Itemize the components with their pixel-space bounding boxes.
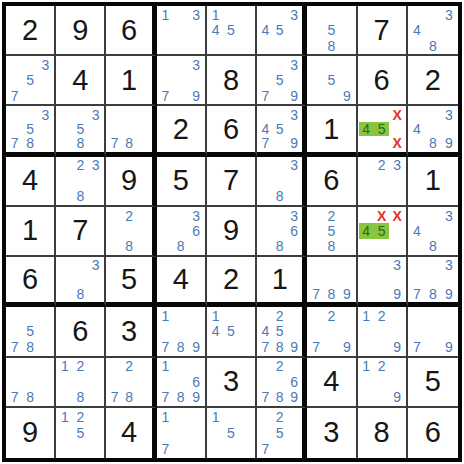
empty-candidate-slot-6 [287,324,301,339]
empty-candidate-slot-6 [239,425,254,441]
candidate-4: 4 [409,223,425,238]
cell-r2c8[interactable]: 6 [358,56,408,106]
empty-candidate-slot-8 [374,339,389,354]
empty-candidate-slot-3 [136,208,150,223]
cell-r1c6[interactable]: 345 [257,6,307,56]
empty-candidate-slot-9 [188,239,203,254]
empty-candidate-slot-8 [273,441,287,457]
cell-r3c6[interactable]: 34579 [257,106,307,156]
candidate-5: 5 [73,122,88,136]
empty-candidate-slot-4 [7,73,22,88]
candidate-3: 3 [88,158,103,173]
empty-candidate-slot-4 [158,374,173,389]
candidate-9: 9 [441,339,457,354]
cell-r1c2[interactable]: 9 [56,6,106,56]
cell-r9c3[interactable]: 4 [106,408,156,458]
candidate-8: 8 [122,136,136,150]
cell-r5c8[interactable]: XX45 [358,207,408,257]
empty-candidate-slot-4 [158,425,173,441]
empty-candidate-slot-4 [258,374,272,389]
cell-r3c1[interactable]: 3578 [6,106,56,156]
empty-candidate-slot-6 [389,374,404,389]
cell-r6c4[interactable]: 4 [157,257,207,307]
candidate-1: 1 [359,359,374,374]
cell-r2c5[interactable]: 8 [207,56,257,106]
empty-candidate-slot-7 [57,188,72,203]
cell-r7c4[interactable]: 1789 [157,307,207,357]
candidate-9: 9 [188,88,203,103]
empty-candidate-slot-2 [22,359,37,374]
empty-candidate-slot-9 [38,339,53,354]
candidate-6: 6 [188,223,203,238]
cell-r9c6[interactable]: 257 [257,408,307,458]
empty-candidate-slot-6 [339,73,354,88]
empty-candidate-slot-7 [208,38,223,53]
candidate-3: 3 [88,107,103,121]
cell-r4c2[interactable]: 238 [56,157,106,207]
candidate-1: 1 [208,409,223,425]
empty-candidate-slot-8 [374,188,389,203]
candidate-2: 2 [273,359,287,374]
candidate-9: 9 [389,389,404,404]
candidate-7: 7 [107,389,121,404]
candidate-3: 3 [441,208,457,223]
candidate-2: 2 [374,158,389,173]
cell-r5c7[interactable]: 258 [307,207,357,257]
empty-candidate-slot-3 [188,308,203,323]
cell-r3c7[interactable]: 1 [307,106,357,156]
empty-candidate-slot-2 [273,158,287,173]
cell-r2c6[interactable]: 3579 [257,56,307,106]
empty-candidate-slot-1 [158,57,173,72]
empty-candidate-slot-9 [188,38,203,53]
candidate-3: 3 [188,208,203,223]
cell-r3c4[interactable]: 2 [157,106,207,156]
candidate-4: 4 [258,122,272,136]
cell-r5c1[interactable]: 1 [6,207,56,257]
empty-candidate-slot-2 [425,208,441,223]
empty-candidate-slot-1 [7,308,22,323]
empty-candidate-slot-9 [239,38,254,53]
cell-value: 7 [374,16,390,45]
empty-candidate-slot-4 [57,122,72,136]
empty-candidate-slot-9 [38,88,53,103]
empty-candidate-slot-4 [7,324,22,339]
cell-value: 2 [425,66,441,95]
empty-candidate-slot-2 [173,7,188,22]
candidate-4: 4 [258,22,272,37]
cell-r8c2[interactable]: 128 [56,358,106,408]
cell-r7c2[interactable]: 6 [56,307,106,357]
cell-r4c1[interactable]: 4 [6,157,56,207]
empty-candidate-slot-4 [107,223,121,238]
candidate-7: 7 [107,136,121,150]
empty-candidate-slot-9 [38,136,53,150]
empty-candidate-slot-1 [107,107,121,121]
cell-r7c9[interactable]: 79 [408,307,458,357]
cell-value: 8 [223,66,239,95]
cell-r6c1[interactable]: 6 [6,257,56,307]
empty-candidate-slot-4 [308,223,323,238]
empty-candidate-slot-1 [258,158,272,173]
cell-r2c3[interactable]: 1 [106,56,156,106]
cell-value: 4 [121,418,137,447]
cell-r6c6[interactable]: 1 [257,257,307,307]
empty-candidate-slot-1 [258,107,272,121]
cell-r7c6[interactable]: 245789 [257,307,307,357]
empty-candidate-slot-4 [359,173,374,188]
cell-r7c3[interactable]: 3 [106,307,156,357]
cell-r9c4[interactable]: 17 [157,408,207,458]
empty-candidate-slot-6 [389,173,404,188]
cell-value: 3 [121,317,137,346]
empty-candidate-slot-6 [136,374,150,389]
empty-candidate-slot-1 [308,7,323,22]
cell-r9c8[interactable]: 8 [358,408,408,458]
candidate-3: 3 [389,158,404,173]
cell-value: 4 [22,166,38,195]
empty-candidate-slot-1 [7,107,22,121]
empty-candidate-slot-8 [324,339,339,354]
sudoku-board: 2961314534558734835741379835795962357835… [2,2,462,462]
empty-candidate-slot-4 [158,22,173,37]
candidate-2: 2 [273,308,287,323]
candidate-5: 5 [324,73,339,88]
empty-candidate-slot-2 [425,7,441,22]
empty-candidate-slot-7 [208,441,223,457]
candidate-8: 8 [324,287,339,301]
cell-r5c9[interactable]: 348 [408,207,458,257]
empty-candidate-slot-9 [287,188,301,203]
cell-r9c9[interactable]: 6 [408,408,458,458]
empty-candidate-slot-6 [339,324,354,339]
candidate-8: 8 [73,389,88,404]
cell-r3c3[interactable]: 78 [106,106,156,156]
cell-r9c1[interactable]: 9 [6,408,56,458]
cell-r3c8[interactable]: X45X [358,106,408,156]
cell-value: 3 [323,418,339,447]
cell-value: 5 [425,367,441,396]
cell-r3c2[interactable]: 358 [56,106,106,156]
empty-candidate-slot-3 [188,409,203,425]
cell-r4c5[interactable]: 7 [207,157,257,207]
eliminated-candidate-2-x-mark: X [374,208,389,223]
cell-r9c7[interactable]: 3 [307,408,357,458]
empty-candidate-slot-5 [425,122,441,136]
empty-candidate-slot-6 [239,324,254,339]
empty-candidate-slot-4 [258,73,272,88]
candidate-4: 4 [258,324,272,339]
empty-candidate-slot-7 [308,88,323,103]
cell-r2c4[interactable]: 379 [157,56,207,106]
empty-candidate-slot-5 [374,324,389,339]
empty-candidate-slot-4 [57,374,72,389]
empty-candidate-slot-2 [273,7,287,22]
candidate-8: 8 [122,239,136,254]
empty-candidate-slot-8 [374,287,389,301]
empty-candidate-slot-3 [38,359,53,374]
empty-candidate-slot-3 [389,308,404,323]
candidate-5: 5 [374,223,389,238]
empty-candidate-slot-6 [38,324,53,339]
candidate-2: 2 [374,308,389,323]
cell-r7c8[interactable]: 129 [358,307,408,357]
candidate-3: 3 [188,7,203,22]
candidate-5: 5 [22,122,37,136]
candidate-7: 7 [258,136,272,150]
empty-candidate-slot-4 [57,273,72,287]
empty-candidate-slot-5 [22,374,37,389]
empty-candidate-slot-4 [57,173,72,188]
cell-r5c4[interactable]: 368 [157,207,207,257]
cell-r8c1[interactable]: 78 [6,358,56,408]
candidate-8: 8 [173,389,188,404]
candidate-3: 3 [38,107,53,121]
empty-candidate-slot-3 [88,359,103,374]
empty-candidate-slot-1 [107,359,121,374]
cell-r1c3[interactable]: 6 [106,6,156,56]
eliminated-candidate-3-x-mark: X [389,208,404,223]
cell-r8c6[interactable]: 26789 [257,358,307,408]
empty-candidate-slot-1 [57,158,72,173]
cell-value: 6 [425,418,441,447]
cell-r4c8[interactable]: 23 [358,157,408,207]
empty-candidate-slot-3 [188,359,203,374]
cell-r4c7[interactable]: 6 [307,157,357,207]
cell-r2c1[interactable]: 357 [6,56,56,106]
empty-candidate-slot-2 [22,107,37,121]
cell-r7c1[interactable]: 578 [6,307,56,357]
empty-candidate-slot-5 [73,374,88,389]
candidate-1: 1 [208,308,223,323]
candidate-9: 9 [188,339,203,354]
empty-candidate-slot-4 [258,223,272,238]
cell-r4c4[interactable]: 5 [157,157,207,207]
cell-value: 7 [223,166,239,195]
empty-candidate-slot-6 [88,173,103,188]
candidate-3: 3 [287,107,301,121]
cell-r4c3[interactable]: 9 [106,157,156,207]
empty-candidate-slot-4 [308,22,323,37]
empty-candidate-slot-9 [136,389,150,404]
cell-r6c9[interactable]: 3789 [408,257,458,307]
candidate-9: 9 [339,287,354,301]
cell-r8c5[interactable]: 3 [207,358,257,408]
cell-r2c2[interactable]: 4 [56,56,106,106]
empty-candidate-slot-2 [425,308,441,323]
cell-value: 2 [173,115,189,144]
empty-candidate-slot-8 [374,389,389,404]
cell-r5c3[interactable]: 28 [106,207,156,257]
cell-r5c5[interactable]: 9 [207,207,257,257]
cell-value: 1 [323,115,339,144]
empty-candidate-slot-7 [208,339,223,354]
candidate-2: 2 [73,409,88,425]
candidate-5: 5 [273,22,287,37]
empty-candidate-slot-6 [88,122,103,136]
cell-r5c6[interactable]: 368 [257,207,307,257]
cell-r9c2[interactable]: 125 [56,408,106,458]
cell-value: 2 [223,265,239,294]
candidate-7: 7 [158,441,173,457]
candidate-4: 4 [409,22,425,37]
cell-r8c7[interactable]: 4 [307,358,357,408]
empty-candidate-slot-6 [441,273,457,287]
cell-r6c5[interactable]: 2 [207,257,257,307]
empty-candidate-slot-6 [389,324,404,339]
cell-value: 5 [121,265,137,294]
empty-candidate-slot-6 [38,122,53,136]
cell-r9c5[interactable]: 15 [207,408,257,458]
cell-r1c1[interactable]: 2 [6,6,56,56]
cell-r6c2[interactable]: 38 [56,257,106,307]
empty-candidate-slot-9 [339,239,354,254]
empty-candidate-slot-6 [38,73,53,88]
candidate-5: 5 [273,122,287,136]
candidate-8: 8 [22,389,37,404]
empty-candidate-slot-5 [122,374,136,389]
cell-r1c8[interactable]: 7 [358,6,408,56]
empty-candidate-slot-2 [173,308,188,323]
empty-candidate-slot-6 [287,425,301,441]
cell-r3c9[interactable]: 3489 [408,106,458,156]
candidate-8: 8 [273,239,287,254]
cell-r8c8[interactable]: 129 [358,358,408,408]
empty-candidate-slot-4 [208,425,223,441]
empty-candidate-slot-1 [409,308,425,323]
empty-candidate-slot-5 [425,223,441,238]
empty-candidate-slot-9 [136,239,150,254]
cell-value: 3 [223,367,239,396]
empty-candidate-slot-4 [359,374,374,389]
candidate-4: 4 [409,122,425,136]
empty-candidate-slot-6 [287,122,301,136]
empty-candidate-slot-8 [223,38,238,53]
candidate-2: 2 [122,208,136,223]
cell-r6c3[interactable]: 5 [106,257,156,307]
empty-candidate-slot-5 [122,122,136,136]
empty-candidate-slot-5 [173,425,188,441]
empty-candidate-slot-4 [359,324,374,339]
empty-candidate-slot-5 [173,324,188,339]
empty-candidate-slot-4 [258,425,272,441]
candidate-1: 1 [158,7,173,22]
cell-r1c5[interactable]: 145 [207,6,257,56]
cell-r5c2[interactable]: 7 [56,207,106,257]
empty-candidate-slot-6 [88,273,103,287]
cell-value: 6 [223,115,239,144]
cell-r2c9[interactable]: 2 [408,56,458,106]
candidate-8: 8 [273,339,287,354]
empty-candidate-slot-7 [258,38,272,53]
cell-r1c9[interactable]: 348 [408,6,458,56]
candidate-3: 3 [188,57,203,72]
cell-value: 6 [72,317,88,346]
empty-candidate-slot-5 [173,223,188,238]
candidate-7: 7 [7,339,22,354]
candidate-8: 8 [425,287,441,301]
cell-value: 9 [72,16,88,45]
cell-r3c5[interactable]: 6 [207,106,257,156]
empty-candidate-slot-1 [7,359,22,374]
candidate-1: 1 [158,308,173,323]
cell-r8c4[interactable]: 16789 [157,358,207,408]
empty-candidate-slot-5 [425,273,441,287]
empty-candidate-slot-3 [441,308,457,323]
cell-r2c7[interactable]: 59 [307,56,357,106]
cell-r1c4[interactable]: 13 [157,6,207,56]
empty-candidate-slot-9 [389,239,404,254]
sudoku-app: 2961314534558734835741379835795962357835… [0,0,464,464]
empty-candidate-slot-7 [57,287,72,301]
cell-value: 6 [121,16,137,45]
cell-r7c7[interactable]: 279 [307,307,357,357]
empty-candidate-slot-3 [239,7,254,22]
candidate-8: 8 [173,239,188,254]
empty-candidate-slot-9 [441,239,457,254]
candidate-3: 3 [38,57,53,72]
empty-candidate-slot-1 [409,7,425,22]
empty-candidate-slot-6 [188,22,203,37]
empty-candidate-slot-5 [273,374,287,389]
empty-candidate-slot-6 [88,425,103,441]
empty-candidate-slot-3 [389,359,404,374]
cell-r8c9[interactable]: 5 [408,358,458,408]
empty-candidate-slot-3 [287,409,301,425]
cell-r4c9[interactable]: 1 [408,157,458,207]
empty-candidate-slot-8 [273,136,287,150]
empty-candidate-slot-9 [136,136,150,150]
empty-candidate-slot-5 [173,22,188,37]
empty-candidate-slot-2 [22,57,37,72]
cell-r4c6[interactable]: 38 [257,157,307,207]
candidate-8: 8 [324,239,339,254]
cell-value: 4 [173,265,189,294]
cell-r8c3[interactable]: 278 [106,358,156,408]
candidate-9: 9 [287,339,301,354]
empty-candidate-slot-8 [273,38,287,53]
empty-candidate-slot-5 [374,273,389,287]
empty-candidate-slot-6 [389,122,404,136]
empty-candidate-slot-1 [409,258,425,272]
candidate-3: 3 [389,258,404,272]
candidate-5: 5 [273,425,287,441]
candidate-8: 8 [73,136,88,150]
empty-candidate-slot-8 [425,339,441,354]
cell-value: 1 [272,265,288,294]
cell-r6c8[interactable]: 39 [358,257,408,307]
empty-candidate-slot-2 [223,7,238,22]
empty-candidate-slot-4 [359,273,374,287]
empty-candidate-slot-9 [287,38,301,53]
cell-r1c7[interactable]: 58 [307,6,357,56]
cell-r6c7[interactable]: 789 [307,257,357,307]
candidate-7: 7 [409,339,425,354]
candidate-3: 3 [441,258,457,272]
empty-candidate-slot-9 [239,441,254,457]
candidate-2: 2 [374,359,389,374]
empty-candidate-slot-8 [324,88,339,103]
candidate-1: 1 [57,409,72,425]
cell-value: 1 [22,216,38,245]
empty-candidate-slot-9 [441,38,457,53]
candidate-3: 3 [287,158,301,173]
empty-candidate-slot-7 [158,239,173,254]
empty-candidate-slot-1 [359,258,374,272]
candidate-4: 4 [359,223,374,238]
cell-value: 4 [323,367,339,396]
cell-r7c5[interactable]: 145 [207,307,257,357]
